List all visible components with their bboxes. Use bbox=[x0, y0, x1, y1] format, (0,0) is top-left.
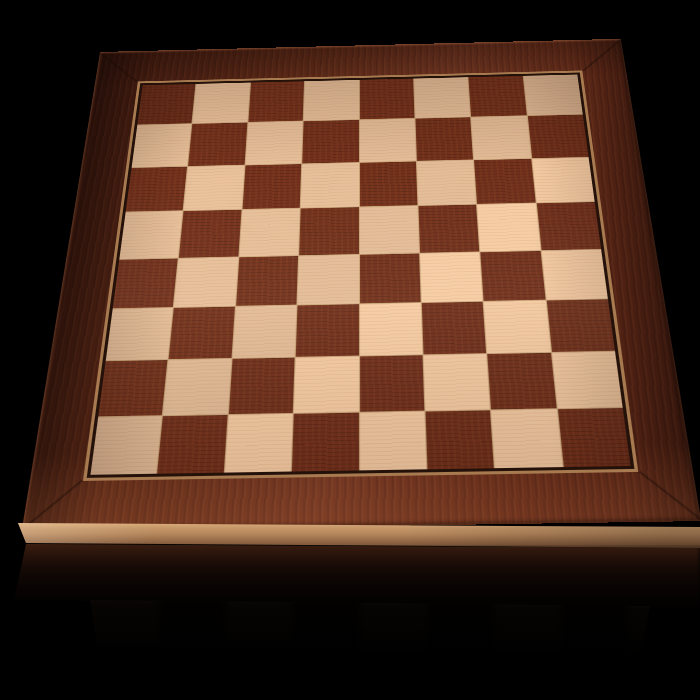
square-r1c1 bbox=[188, 123, 247, 166]
square-r0c5 bbox=[414, 77, 470, 118]
square-r3c2 bbox=[239, 209, 300, 257]
square-r0c7 bbox=[523, 75, 582, 116]
square-r5c1 bbox=[169, 307, 235, 360]
frame-miter-bottom-right bbox=[638, 470, 700, 521]
chess-board bbox=[22, 39, 700, 532]
frame-pinstripe-light bbox=[83, 70, 638, 480]
frame-pinstripe-dark bbox=[87, 72, 635, 477]
frame-miter-top-right bbox=[582, 39, 622, 72]
square-r6c2 bbox=[229, 358, 295, 414]
square-r1c6 bbox=[471, 116, 530, 159]
square-r3c4 bbox=[359, 206, 418, 254]
square-r6c4 bbox=[360, 355, 425, 411]
square-r6c1 bbox=[163, 359, 231, 415]
square-r2c5 bbox=[417, 160, 476, 205]
square-r4c2 bbox=[236, 256, 298, 306]
square-r1c2 bbox=[245, 122, 302, 165]
square-r2c7 bbox=[532, 157, 595, 202]
square-r6c0 bbox=[98, 360, 167, 416]
square-r5c3 bbox=[296, 304, 359, 357]
square-r7c5 bbox=[425, 410, 494, 469]
square-r4c3 bbox=[298, 254, 359, 304]
square-r4c6 bbox=[481, 251, 546, 301]
square-r2c0 bbox=[126, 167, 188, 212]
square-r7c2 bbox=[225, 414, 293, 473]
square-r6c3 bbox=[294, 357, 359, 413]
square-r0c0 bbox=[137, 84, 195, 125]
square-r2c6 bbox=[474, 159, 535, 204]
square-r0c2 bbox=[248, 81, 304, 122]
square-r7c3 bbox=[292, 412, 358, 471]
square-r3c0 bbox=[119, 211, 182, 258]
square-r1c3 bbox=[302, 120, 358, 163]
square-r7c7 bbox=[557, 408, 630, 467]
square-r3c7 bbox=[536, 202, 601, 250]
frame-miter-top-left bbox=[99, 52, 138, 82]
square-r4c5 bbox=[420, 252, 483, 302]
square-r7c4 bbox=[360, 411, 427, 470]
square-r3c6 bbox=[477, 203, 540, 251]
square-r2c2 bbox=[242, 164, 301, 209]
square-r2c3 bbox=[301, 163, 359, 208]
square-r6c7 bbox=[552, 352, 623, 408]
square-r0c3 bbox=[304, 80, 359, 121]
square-r5c2 bbox=[232, 305, 296, 358]
square-r2c4 bbox=[359, 161, 417, 206]
square-r4c0 bbox=[113, 258, 178, 308]
photo-background bbox=[0, 0, 700, 700]
square-r3c5 bbox=[418, 205, 479, 253]
square-r1c7 bbox=[527, 115, 588, 158]
square-r5c5 bbox=[422, 302, 487, 355]
square-r4c7 bbox=[541, 249, 608, 299]
square-r1c0 bbox=[132, 124, 192, 167]
square-r3c3 bbox=[299, 207, 358, 255]
square-r4c4 bbox=[359, 253, 420, 303]
square-r4c1 bbox=[174, 257, 238, 307]
board-grid bbox=[90, 75, 630, 475]
square-r5c0 bbox=[106, 308, 173, 361]
reflection-fade bbox=[0, 545, 700, 700]
square-r6c5 bbox=[423, 354, 490, 410]
square-r6c6 bbox=[487, 353, 556, 409]
square-r7c6 bbox=[491, 409, 562, 468]
square-r2c1 bbox=[184, 165, 244, 210]
square-r0c4 bbox=[359, 79, 414, 120]
square-r5c6 bbox=[484, 300, 551, 353]
square-r0c6 bbox=[469, 76, 527, 117]
frame-miter-bottom-left bbox=[20, 479, 83, 531]
square-r3c1 bbox=[179, 210, 241, 257]
square-r0c1 bbox=[193, 83, 250, 124]
square-r5c7 bbox=[546, 299, 615, 352]
square-r7c0 bbox=[90, 416, 162, 475]
square-r1c5 bbox=[415, 118, 473, 161]
square-r7c1 bbox=[157, 415, 227, 474]
square-r5c4 bbox=[360, 303, 423, 356]
square-r1c4 bbox=[359, 119, 415, 162]
